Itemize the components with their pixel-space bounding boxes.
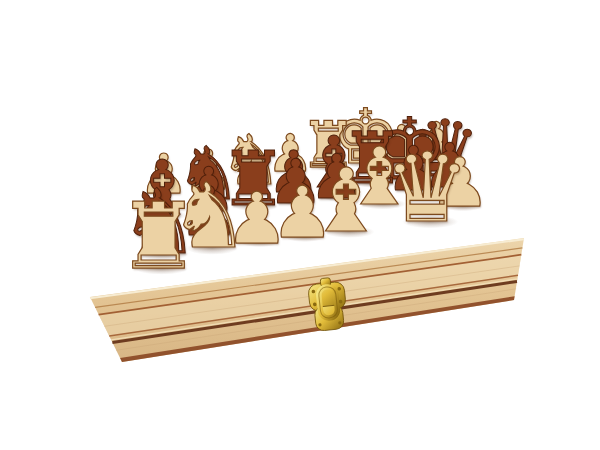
chess-box-photo: ♟♟♚♜♟♛♚♜♞♟♝♟♟♟♟♟♞♟♝♜♟♟♝♛♝♟♟♟♞♞♜ xyxy=(0,0,600,450)
wooden-box xyxy=(0,0,600,450)
